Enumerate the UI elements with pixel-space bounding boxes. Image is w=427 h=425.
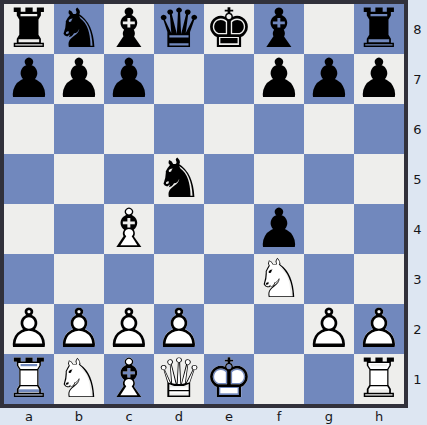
piece-outline-glyph: ♘ [252, 252, 306, 306]
square-a6[interactable] [4, 104, 54, 154]
piece-glyph: ♟ [352, 52, 406, 106]
file-label-c: c [104, 408, 154, 425]
piece-black-knight[interactable]: ♞ [152, 152, 206, 206]
piece-outline-glyph: ♖ [352, 352, 406, 406]
square-f1[interactable] [254, 354, 304, 404]
rank-label-8: 8 [408, 4, 427, 54]
rank-label-3: 3 [408, 254, 427, 304]
square-d1[interactable]: ♛♕ [154, 354, 204, 404]
piece-outline-glyph: ♕ [152, 352, 206, 406]
square-b6[interactable] [54, 104, 104, 154]
square-e7[interactable] [204, 54, 254, 104]
square-g4[interactable] [304, 204, 354, 254]
rank-label-2: 2 [408, 304, 427, 354]
file-label-b: b [54, 408, 104, 425]
piece-black-queen[interactable]: ♛ [152, 2, 206, 56]
square-f6[interactable] [254, 104, 304, 154]
rank-label-1: 1 [408, 354, 427, 404]
square-d8[interactable]: ♛ [154, 4, 204, 54]
square-f3[interactable]: ♞♘ [254, 254, 304, 304]
square-c6[interactable] [104, 104, 154, 154]
rank-label-6: 6 [408, 104, 427, 154]
piece-glyph: ♟ [302, 52, 356, 106]
square-c7[interactable]: ♟ [104, 54, 154, 104]
piece-outline-glyph: ♔ [202, 352, 256, 406]
square-d4[interactable] [154, 204, 204, 254]
square-c4[interactable]: ♝♗ [104, 204, 154, 254]
piece-black-pawn[interactable]: ♟ [2, 52, 56, 106]
file-label-h: h [354, 408, 404, 425]
square-a7[interactable]: ♟ [4, 54, 54, 104]
piece-white-bishop[interactable]: ♝♗ [102, 202, 156, 256]
piece-white-knight[interactable]: ♞♘ [52, 352, 106, 406]
piece-glyph: ♛ [152, 2, 206, 56]
piece-white-knight[interactable]: ♞♘ [252, 252, 306, 306]
square-e1[interactable]: ♚♔ [204, 354, 254, 404]
piece-outline-glyph: ♗ [102, 202, 156, 256]
file-label-e: e [204, 408, 254, 425]
square-e6[interactable] [204, 104, 254, 154]
piece-black-king[interactable]: ♚ [202, 2, 256, 56]
square-a5[interactable] [4, 154, 54, 204]
square-h4[interactable] [354, 204, 404, 254]
piece-white-queen[interactable]: ♛♕ [152, 352, 206, 406]
file-label-a: a [4, 408, 54, 425]
rank-label-4: 4 [408, 204, 427, 254]
square-d5[interactable]: ♞ [154, 154, 204, 204]
piece-black-pawn[interactable]: ♟ [252, 52, 306, 106]
chess-app-window: ♜♞♝♛♚♝♜♟♟♟♟♟♟♞♝♗♟♞♘♟♙♟♙♟♙♟♙♟♙♟♙♜♖♞♘♝♗♛♕♚… [0, 0, 427, 425]
square-a4[interactable] [4, 204, 54, 254]
square-f7[interactable]: ♟ [254, 54, 304, 104]
square-b5[interactable] [54, 154, 104, 204]
piece-white-rook[interactable]: ♜♖ [352, 352, 406, 406]
square-d7[interactable] [154, 54, 204, 104]
file-label-f: f [254, 408, 304, 425]
square-g6[interactable] [304, 104, 354, 154]
piece-glyph: ♟ [2, 52, 56, 106]
square-g1[interactable] [304, 354, 354, 404]
chess-board: ♜♞♝♛♚♝♜♟♟♟♟♟♟♞♝♗♟♞♘♟♙♟♙♟♙♟♙♟♙♟♙♜♖♞♘♝♗♛♕♚… [0, 0, 408, 408]
piece-white-pawn[interactable]: ♟♙ [302, 302, 356, 356]
piece-outline-glyph: ♘ [52, 352, 106, 406]
piece-outline-glyph: ♖ [2, 352, 56, 406]
square-h1[interactable]: ♜♖ [354, 354, 404, 404]
square-e8[interactable]: ♚ [204, 4, 254, 54]
piece-black-pawn[interactable]: ♟ [302, 52, 356, 106]
rank-labels: 87654321 [408, 4, 427, 404]
square-g5[interactable] [304, 154, 354, 204]
square-f2[interactable] [254, 304, 304, 354]
rank-label-7: 7 [408, 54, 427, 104]
piece-black-pawn[interactable]: ♟ [102, 52, 156, 106]
square-h6[interactable] [354, 104, 404, 154]
square-b1[interactable]: ♞♘ [54, 354, 104, 404]
square-e5[interactable] [204, 154, 254, 204]
square-e4[interactable] [204, 204, 254, 254]
piece-white-bishop[interactable]: ♝♗ [102, 352, 156, 406]
square-g7[interactable]: ♟ [304, 54, 354, 104]
square-c1[interactable]: ♝♗ [104, 354, 154, 404]
piece-white-rook[interactable]: ♜♖ [2, 352, 56, 406]
file-labels: abcdefgh [4, 408, 404, 425]
file-label-g: g [304, 408, 354, 425]
rank-label-5: 5 [408, 154, 427, 204]
piece-white-king[interactable]: ♚♔ [202, 352, 256, 406]
piece-black-pawn[interactable]: ♟ [352, 52, 406, 106]
piece-outline-glyph: ♙ [302, 302, 356, 356]
square-a1[interactable]: ♜♖ [4, 354, 54, 404]
square-h5[interactable] [354, 154, 404, 204]
square-b4[interactable] [54, 204, 104, 254]
piece-glyph: ♟ [102, 52, 156, 106]
piece-outline-glyph: ♗ [102, 352, 156, 406]
square-g2[interactable]: ♟♙ [304, 304, 354, 354]
piece-glyph: ♞ [152, 152, 206, 206]
piece-glyph: ♚ [202, 2, 256, 56]
square-h7[interactable]: ♟ [354, 54, 404, 104]
file-label-d: d [154, 408, 204, 425]
square-e3[interactable] [204, 254, 254, 304]
piece-glyph: ♟ [52, 52, 106, 106]
piece-glyph: ♟ [252, 52, 306, 106]
square-b7[interactable]: ♟ [54, 54, 104, 104]
piece-black-pawn[interactable]: ♟ [52, 52, 106, 106]
